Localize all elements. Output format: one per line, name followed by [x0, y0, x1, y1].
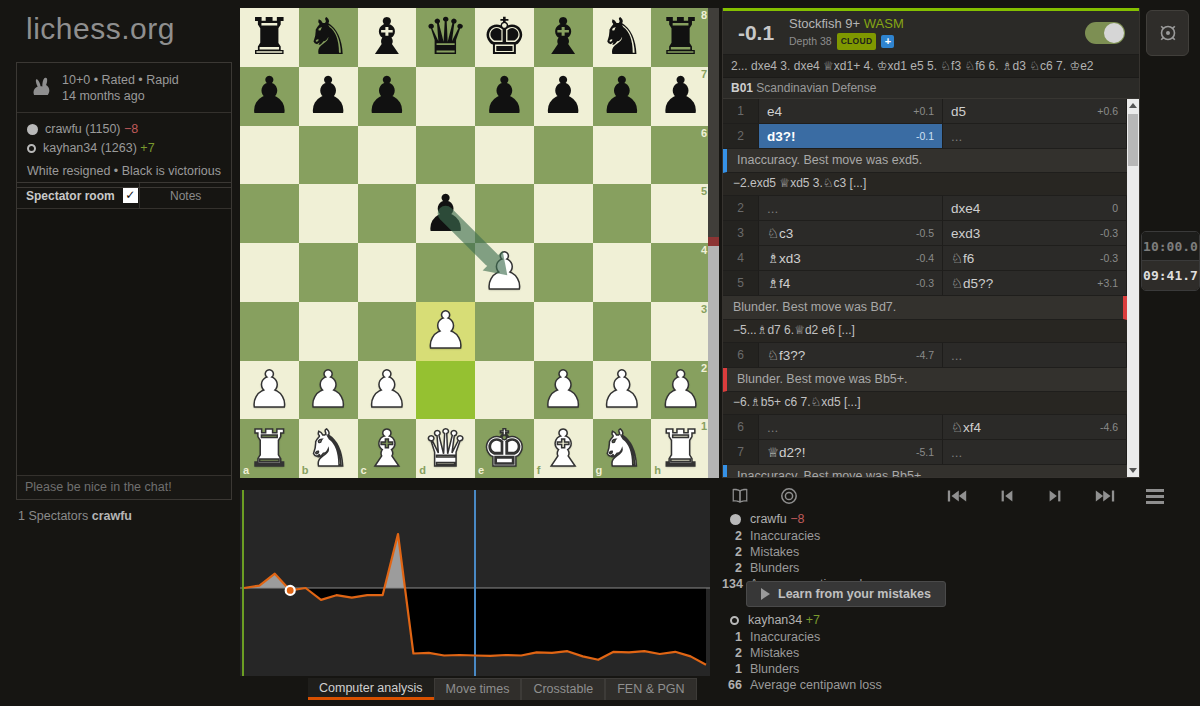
move-cell-black[interactable]: ... — [943, 440, 1127, 464]
black-rating-delta: +7 — [140, 141, 154, 155]
learn-from-mistakes-button[interactable]: Learn from your mistakes — [746, 581, 946, 607]
square-d3[interactable]: ♟ — [416, 302, 475, 361]
white-rook[interactable]: ♜ — [247, 420, 293, 478]
file-label-h: h — [654, 464, 661, 476]
move-number: 2 — [723, 196, 759, 220]
tab-notes[interactable]: Notes — [139, 183, 231, 208]
game-clocks: 10:00.0 09:41.7 — [1141, 231, 1200, 291]
square-a8[interactable]: ♜ — [240, 8, 299, 67]
play-icon — [761, 588, 770, 600]
previous-move-button[interactable] — [998, 488, 1016, 504]
square-e6[interactable] — [475, 126, 534, 185]
eval-gauge — [708, 8, 719, 478]
rank-label-5: 5 — [701, 185, 707, 197]
square-a2[interactable]: ♟ — [240, 361, 299, 420]
move-cell-white[interactable]: ♘c3-0.5 — [759, 221, 943, 245]
square-f3[interactable] — [534, 302, 593, 361]
black-pawn[interactable]: ♟ — [540, 67, 586, 125]
move-row: 1e4+0.1d5+0.6 — [723, 99, 1127, 124]
square-b6[interactable] — [299, 126, 358, 185]
square-d4[interactable] — [416, 243, 475, 302]
square-f6[interactable] — [534, 126, 593, 185]
analysis-controls — [722, 482, 1140, 510]
variation-line[interactable]: −2.exd5 ♕xd5 3.♘c3 [...] — [723, 173, 1127, 196]
last-move-button[interactable] — [1094, 488, 1116, 504]
file-label-d: d — [419, 464, 426, 476]
square-d8[interactable]: ♛ — [416, 8, 475, 67]
black-pawn[interactable]: ♟ — [305, 67, 351, 125]
square-e3[interactable] — [475, 302, 534, 361]
square-e2[interactable] — [475, 361, 534, 420]
game-date: 14 months ago — [62, 88, 179, 104]
practice-target-icon[interactable] — [780, 487, 798, 505]
black-player-line[interactable]: kayhan34 (1263) +7 — [27, 139, 221, 158]
black-king[interactable]: ♚ — [482, 8, 528, 66]
move-number: 2 — [723, 124, 759, 148]
chat-box: Spectator room ✓ Notes Please be nice in… — [16, 182, 232, 500]
move-number: 1 — [723, 99, 759, 123]
chess-board[interactable]: ♜♞♝♚♛♝♞♜♟♟♟♟♟♟♟♟♟♟♟♟♟♟♟♟♜♞♝♚♛♝♞♜ abcdefg… — [240, 8, 710, 478]
square-b4[interactable] — [299, 243, 358, 302]
rank-label-2: 2 — [701, 362, 707, 374]
white-player-line[interactable]: crawfu (1150) −8 — [27, 120, 221, 139]
analysis-settings-button[interactable] — [1146, 10, 1189, 56]
white-disc-icon — [730, 514, 741, 525]
tab-computer-analysis[interactable]: Computer analysis — [308, 678, 434, 700]
square-b5[interactable] — [299, 184, 358, 243]
white-analysis-stats: crawfu −8 2Inaccuracies 2Mistakes 2Blund… — [722, 511, 1140, 592]
move-row: 2...dxe40 — [723, 196, 1127, 221]
move-number: 3 — [723, 221, 759, 245]
square-e4[interactable]: ♟ — [475, 243, 534, 302]
black-disc-icon — [730, 616, 739, 625]
square-g3[interactable] — [593, 302, 652, 361]
square-g7[interactable]: ♟ — [593, 67, 652, 126]
judgment-comment: Blunder. Best move was Bd7. — [723, 296, 1127, 320]
file-label-g: g — [596, 464, 603, 476]
square-g4[interactable] — [593, 243, 652, 302]
scroll-up-icon[interactable] — [1127, 99, 1139, 112]
white-rating-delta: −8 — [124, 122, 138, 136]
move-number: 6 — [723, 343, 759, 367]
rank-label-6: 6 — [701, 127, 707, 139]
white-king[interactable]: ♚ — [482, 420, 528, 478]
menu-hamburger-icon[interactable] — [1146, 489, 1164, 504]
square-c8[interactable]: ♝ — [358, 8, 417, 67]
next-move-button[interactable] — [1046, 488, 1064, 504]
move-cell-black[interactable]: ... — [943, 343, 1127, 367]
white-queen[interactable]: ♛ — [423, 420, 469, 478]
lichess-logo[interactable]: lichess.org — [26, 12, 175, 46]
square-a7[interactable]: ♟ — [240, 67, 299, 126]
analysis-panel: -0.1 Stockfish 9+ WASM Depth 38 CLOUD + … — [722, 8, 1140, 478]
move-cell-black[interactable]: ♘d5??+3.1 — [943, 271, 1127, 295]
move-cell-white[interactable]: ♗f4-0.3 — [759, 271, 943, 295]
move-row: 3♘c3-0.5exd3-0.3 — [723, 221, 1127, 246]
square-f5[interactable] — [534, 184, 593, 243]
cloud-badge: CLOUD — [837, 33, 877, 50]
square-a6[interactable] — [240, 126, 299, 185]
square-c5[interactable] — [358, 184, 417, 243]
square-a4[interactable] — [240, 243, 299, 302]
file-label-e: e — [478, 464, 484, 476]
black-bishop[interactable]: ♝ — [364, 8, 410, 66]
black-rook[interactable]: ♜ — [658, 8, 704, 66]
move-cell-black[interactable]: exd3-0.3 — [943, 221, 1127, 245]
move-row: 2d3?!-0.1... — [723, 124, 1127, 149]
move-row: 5♗f4-0.3♘d5??+3.1 — [723, 271, 1127, 296]
move-cell-white[interactable]: ... — [759, 196, 943, 220]
square-f1[interactable]: ♝ — [534, 419, 593, 478]
engine-eval: -0.1 — [723, 21, 789, 45]
judgment-comment: Inaccuracy. Best move was exd5. — [723, 149, 1127, 173]
rank-label-7: 7 — [701, 68, 707, 80]
black-knight[interactable]: ♞ — [599, 8, 645, 66]
square-d5[interactable]: ♟ — [416, 184, 475, 243]
move-list[interactable]: 1e4+0.1d5+0.62d3?!-0.1...Inaccuracy. Bes… — [723, 99, 1139, 477]
square-f4[interactable] — [534, 243, 593, 302]
variation-line[interactable]: −6.♗b5+ c6 7.♘xd5 [...] — [723, 392, 1127, 415]
square-f8[interactable]: ♝ — [534, 8, 593, 67]
white-knight[interactable]: ♞ — [599, 420, 645, 478]
white-bishop[interactable]: ♝ — [364, 420, 410, 478]
black-pawn[interactable]: ♟ — [482, 67, 528, 125]
square-a5[interactable] — [240, 184, 299, 243]
rank-label-3: 3 — [701, 303, 707, 315]
judgment-comment: Blunder. Best move was Bb5+. — [723, 368, 1127, 392]
rapid-rabbit-icon — [27, 75, 53, 101]
move-cell-black[interactable]: ... — [943, 124, 1127, 148]
white-bishop[interactable]: ♝ — [540, 420, 586, 478]
move-cell-white[interactable]: ♘f3??-4.7 — [759, 343, 943, 367]
move-row: 7♕d2?!-5.1... — [723, 440, 1127, 465]
chat-input[interactable]: Please be nice in the chat! — [17, 475, 231, 499]
tab-fen-pgn[interactable]: FEN & PGN — [605, 678, 696, 700]
move-row: 6...♘xf4-4.6 — [723, 415, 1127, 440]
spectator-list: 1 Spectators crawfu — [18, 509, 132, 523]
square-d2[interactable] — [416, 361, 475, 420]
square-f2[interactable]: ♟ — [534, 361, 593, 420]
white-knight[interactable]: ♞ — [305, 420, 351, 478]
square-g5[interactable] — [593, 184, 652, 243]
game-meta: 10+0 • Rated • Rapid — [62, 72, 179, 88]
black-rook[interactable]: ♜ — [247, 8, 293, 66]
engine-depth: Depth 38 — [789, 34, 832, 49]
add-depth-button[interactable]: + — [881, 35, 894, 48]
gear-crosshair-icon — [1156, 21, 1180, 45]
move-cell-white[interactable]: ... — [759, 415, 943, 439]
lichess-analysis-page: lichess.org 10+0 • Rated • Rapid 14 mont… — [0, 0, 1200, 706]
file-label-a: a — [243, 464, 249, 476]
white-pawn[interactable]: ♟ — [247, 361, 293, 419]
square-e7[interactable]: ♟ — [475, 67, 534, 126]
move-cell-white[interactable]: d3?!-0.1 — [759, 124, 943, 148]
analysis-tabs: Computer analysis Move times Crosstable … — [240, 678, 710, 700]
white-pawn[interactable]: ♟ — [540, 361, 586, 419]
black-disc-icon — [27, 144, 36, 153]
move-list-scrollbar[interactable] — [1127, 99, 1139, 477]
square-b2[interactable]: ♟ — [299, 361, 358, 420]
rank-label-8: 8 — [701, 9, 707, 21]
move-cell-white[interactable]: ♗xd3-0.4 — [759, 246, 943, 270]
black-knight[interactable]: ♞ — [305, 8, 351, 66]
move-number: 7 — [723, 440, 759, 464]
move-cell-white[interactable]: ♕d2?!-5.1 — [759, 440, 943, 464]
white-pawn[interactable]: ♟ — [364, 361, 410, 419]
opening-name: B01 Scandinavian Defense — [723, 78, 1139, 99]
scrollbar-thumb[interactable] — [1128, 114, 1138, 166]
square-c4[interactable] — [358, 243, 417, 302]
rank-label-1: 1 — [701, 420, 707, 432]
square-f7[interactable]: ♟ — [534, 67, 593, 126]
square-g6[interactable] — [593, 126, 652, 185]
tab-spectator-room[interactable]: Spectator room ✓ — [17, 183, 139, 208]
black-queen[interactable]: ♛ — [423, 8, 469, 66]
white-pawn[interactable]: ♟ — [482, 243, 528, 301]
principal-variation[interactable]: 2... dxe4 3. dxe4 ♕xd1+ 4. ♔xd1 e5 5. ♘f… — [723, 55, 1139, 78]
black-pawn[interactable]: ♟ — [599, 67, 645, 125]
white-pawn[interactable]: ♟ — [599, 361, 645, 419]
square-d7[interactable] — [416, 67, 475, 126]
engine-toggle[interactable] — [1085, 22, 1125, 44]
move-cell-black[interactable]: d5+0.6 — [943, 99, 1127, 123]
game-info-box: 10+0 • Rated • Rapid 14 months ago crawf… — [16, 62, 232, 188]
spectator-name[interactable]: crawfu — [92, 509, 132, 523]
file-label-c: c — [361, 464, 367, 476]
white-pawn[interactable]: ♟ — [423, 302, 469, 360]
square-g8[interactable]: ♞ — [593, 8, 652, 67]
square-c7[interactable]: ♟ — [358, 67, 417, 126]
move-number: 6 — [723, 415, 759, 439]
black-pawn[interactable]: ♟ — [658, 67, 704, 125]
square-b8[interactable]: ♞ — [299, 8, 358, 67]
square-b7[interactable]: ♟ — [299, 67, 358, 126]
square-d6[interactable] — [416, 126, 475, 185]
white-clock: 10:00.0 — [1142, 232, 1199, 261]
move-number: 4 — [723, 246, 759, 270]
engine-name: Stockfish 9+ — [789, 16, 860, 31]
square-e8[interactable]: ♚ — [475, 8, 534, 67]
white-rook[interactable]: ♜ — [658, 420, 704, 478]
move-cell-black[interactable]: ♘f6-0.3 — [943, 246, 1127, 270]
square-a3[interactable] — [240, 302, 299, 361]
black-clock: 09:41.7 — [1142, 261, 1199, 290]
tab-crosstable[interactable]: Crosstable — [521, 678, 605, 700]
engine-tech: WASM — [864, 16, 904, 31]
black-pawn[interactable]: ♟ — [423, 185, 469, 243]
black-pawn[interactable]: ♟ — [364, 67, 410, 125]
square-c6[interactable] — [358, 126, 417, 185]
move-row: 6♘f3??-4.7... — [723, 343, 1127, 368]
square-b3[interactable] — [299, 302, 358, 361]
chat-messages — [17, 209, 231, 475]
first-move-button[interactable] — [946, 488, 968, 504]
tab-move-times[interactable]: Move times — [434, 678, 522, 700]
rank-label-4: 4 — [701, 244, 707, 256]
square-g2[interactable]: ♟ — [593, 361, 652, 420]
opening-book-icon[interactable] — [730, 487, 750, 505]
scroll-down-icon[interactable] — [1127, 464, 1139, 477]
move-cell-black[interactable]: dxe40 — [943, 196, 1127, 220]
file-label-b: b — [302, 464, 309, 476]
white-disc-icon — [27, 124, 38, 135]
white-pawn[interactable]: ♟ — [658, 361, 704, 419]
black-analysis-stats: kayhan34 +7 1Inaccuracies 2Mistakes 1Blu… — [722, 612, 1140, 693]
square-e5[interactable] — [475, 184, 534, 243]
file-label-f: f — [537, 464, 541, 476]
square-c3[interactable] — [358, 302, 417, 361]
square-c2[interactable]: ♟ — [358, 361, 417, 420]
black-bishop[interactable]: ♝ — [540, 8, 586, 66]
move-number: 5 — [723, 271, 759, 295]
move-cell-black[interactable]: ♘xf4-4.6 — [943, 415, 1127, 439]
variation-line[interactable]: −5...♗d7 6.♕d2 e6 [...] — [723, 320, 1127, 343]
white-pawn[interactable]: ♟ — [305, 361, 351, 419]
move-cell-white[interactable]: e4+0.1 — [759, 99, 943, 123]
chat-toggle-checkbox[interactable]: ✓ — [123, 188, 138, 203]
evaluation-graph[interactable] — [240, 490, 710, 676]
move-row: 4♗xd3-0.4♘f6-0.3 — [723, 246, 1127, 271]
black-pawn[interactable]: ♟ — [247, 67, 293, 125]
judgment-comment: Inaccuracy. Best move was Bb5+. — [723, 465, 1127, 477]
